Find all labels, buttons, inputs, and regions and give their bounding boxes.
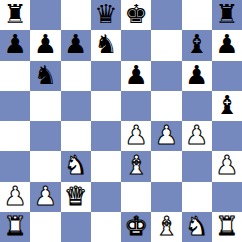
piece-black-pawn[interactable]: ♟ bbox=[64, 31, 87, 57]
square-a2[interactable]: ♟ bbox=[0, 182, 30, 212]
piece-white-bishop[interactable]: ♝ bbox=[124, 152, 147, 178]
square-e5[interactable] bbox=[121, 91, 151, 121]
square-b1[interactable] bbox=[30, 212, 60, 242]
square-c1[interactable] bbox=[61, 212, 91, 242]
square-a5[interactable] bbox=[0, 91, 30, 121]
square-b7[interactable]: ♟ bbox=[30, 30, 60, 60]
piece-black-pawn[interactable]: ♟ bbox=[3, 31, 26, 57]
piece-black-pawn[interactable]: ♟ bbox=[124, 62, 147, 88]
piece-black-queen[interactable]: ♛ bbox=[94, 1, 117, 27]
piece-black-bishop[interactable]: ♝ bbox=[215, 92, 238, 118]
square-c7[interactable]: ♟ bbox=[61, 30, 91, 60]
square-h3[interactable]: ♟ bbox=[212, 151, 242, 181]
square-e7[interactable] bbox=[121, 30, 151, 60]
piece-white-pawn[interactable]: ♟ bbox=[124, 122, 147, 148]
square-f4[interactable]: ♟ bbox=[151, 121, 181, 151]
square-a1[interactable]: ♜ bbox=[0, 212, 30, 242]
square-f3[interactable] bbox=[151, 151, 181, 181]
chess-board: ♜♛♚♜♟♟♟♞♝♟♞♟♟♝♟♟♟♞♝♟♟♟♛♜♚♝♞♜ bbox=[0, 0, 242, 242]
square-c5[interactable] bbox=[61, 91, 91, 121]
square-g8[interactable] bbox=[182, 0, 212, 30]
piece-black-knight[interactable]: ♞ bbox=[34, 62, 57, 88]
square-a8[interactable]: ♜ bbox=[0, 0, 30, 30]
square-c4[interactable] bbox=[61, 121, 91, 151]
square-h1[interactable]: ♜ bbox=[212, 212, 242, 242]
square-g4[interactable]: ♟ bbox=[182, 121, 212, 151]
square-g3[interactable] bbox=[182, 151, 212, 181]
square-d8[interactable]: ♛ bbox=[91, 0, 121, 30]
square-f8[interactable] bbox=[151, 0, 181, 30]
square-f2[interactable] bbox=[151, 182, 181, 212]
square-d1[interactable] bbox=[91, 212, 121, 242]
square-e2[interactable] bbox=[121, 182, 151, 212]
square-f7[interactable] bbox=[151, 30, 181, 60]
piece-black-rook[interactable]: ♜ bbox=[3, 1, 26, 27]
square-d3[interactable] bbox=[91, 151, 121, 181]
piece-black-pawn[interactable]: ♟ bbox=[185, 62, 208, 88]
piece-white-pawn[interactable]: ♟ bbox=[3, 183, 26, 209]
square-b4[interactable] bbox=[30, 121, 60, 151]
piece-white-rook[interactable]: ♜ bbox=[215, 213, 238, 239]
piece-white-knight[interactable]: ♞ bbox=[185, 213, 208, 239]
square-e6[interactable]: ♟ bbox=[121, 61, 151, 91]
piece-black-king[interactable]: ♚ bbox=[124, 1, 147, 27]
square-h7[interactable]: ♟ bbox=[212, 30, 242, 60]
square-f1[interactable]: ♝ bbox=[151, 212, 181, 242]
square-f6[interactable] bbox=[151, 61, 181, 91]
piece-white-pawn[interactable]: ♟ bbox=[155, 122, 178, 148]
square-c3[interactable]: ♞ bbox=[61, 151, 91, 181]
square-h5[interactable]: ♝ bbox=[212, 91, 242, 121]
square-b2[interactable]: ♟ bbox=[30, 182, 60, 212]
square-b8[interactable] bbox=[30, 0, 60, 30]
piece-black-pawn[interactable]: ♟ bbox=[34, 31, 57, 57]
square-a3[interactable] bbox=[0, 151, 30, 181]
square-h6[interactable] bbox=[212, 61, 242, 91]
square-a6[interactable] bbox=[0, 61, 30, 91]
square-h2[interactable] bbox=[212, 182, 242, 212]
square-h4[interactable] bbox=[212, 121, 242, 151]
square-e3[interactable]: ♝ bbox=[121, 151, 151, 181]
square-c8[interactable] bbox=[61, 0, 91, 30]
piece-white-rook[interactable]: ♜ bbox=[3, 213, 26, 239]
piece-white-king[interactable]: ♚ bbox=[124, 213, 147, 239]
square-g1[interactable]: ♞ bbox=[182, 212, 212, 242]
piece-black-bishop[interactable]: ♝ bbox=[185, 31, 208, 57]
square-f5[interactable] bbox=[151, 91, 181, 121]
piece-white-pawn[interactable]: ♟ bbox=[185, 122, 208, 148]
piece-black-rook[interactable]: ♜ bbox=[215, 1, 238, 27]
piece-white-pawn[interactable]: ♟ bbox=[215, 152, 238, 178]
square-h8[interactable]: ♜ bbox=[212, 0, 242, 30]
square-a4[interactable] bbox=[0, 121, 30, 151]
square-c2[interactable]: ♛ bbox=[61, 182, 91, 212]
square-e4[interactable]: ♟ bbox=[121, 121, 151, 151]
piece-white-bishop[interactable]: ♝ bbox=[155, 213, 178, 239]
square-b3[interactable] bbox=[30, 151, 60, 181]
square-d5[interactable] bbox=[91, 91, 121, 121]
piece-white-queen[interactable]: ♛ bbox=[64, 183, 87, 209]
square-g7[interactable]: ♝ bbox=[182, 30, 212, 60]
piece-black-knight[interactable]: ♞ bbox=[94, 31, 117, 57]
square-b6[interactable]: ♞ bbox=[30, 61, 60, 91]
square-g2[interactable] bbox=[182, 182, 212, 212]
square-d7[interactable]: ♞ bbox=[91, 30, 121, 60]
square-g5[interactable] bbox=[182, 91, 212, 121]
piece-black-pawn[interactable]: ♟ bbox=[215, 31, 238, 57]
square-d6[interactable] bbox=[91, 61, 121, 91]
square-e1[interactable]: ♚ bbox=[121, 212, 151, 242]
square-g6[interactable]: ♟ bbox=[182, 61, 212, 91]
square-a7[interactable]: ♟ bbox=[0, 30, 30, 60]
piece-white-knight[interactable]: ♞ bbox=[64, 152, 87, 178]
piece-white-pawn[interactable]: ♟ bbox=[34, 183, 57, 209]
square-d2[interactable] bbox=[91, 182, 121, 212]
square-d4[interactable] bbox=[91, 121, 121, 151]
square-b5[interactable] bbox=[30, 91, 60, 121]
square-e8[interactable]: ♚ bbox=[121, 0, 151, 30]
square-c6[interactable] bbox=[61, 61, 91, 91]
